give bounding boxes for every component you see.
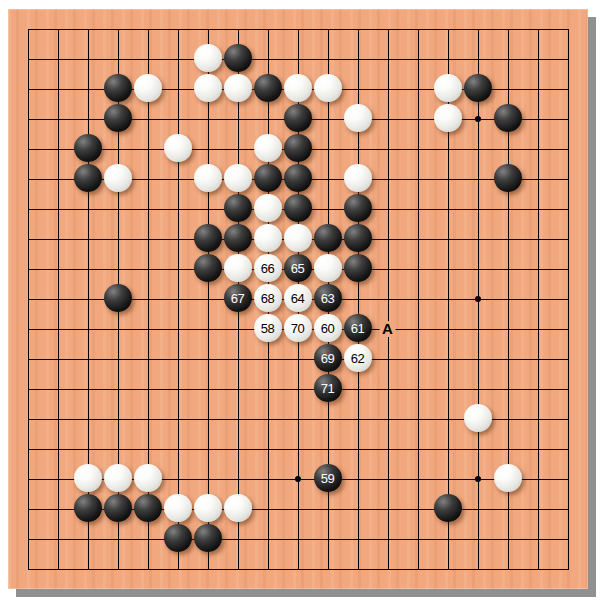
intersection[interactable]: [13, 464, 43, 494]
intersection[interactable]: [103, 254, 133, 284]
intersection[interactable]: [43, 224, 73, 254]
intersection[interactable]: [523, 134, 553, 164]
intersection[interactable]: 62: [343, 344, 373, 374]
intersection[interactable]: [553, 284, 583, 314]
intersection[interactable]: [373, 374, 403, 404]
intersection[interactable]: [313, 524, 343, 554]
intersection[interactable]: [553, 224, 583, 254]
intersection[interactable]: 71: [313, 374, 343, 404]
intersection[interactable]: [193, 254, 223, 284]
intersection[interactable]: [43, 494, 73, 524]
intersection[interactable]: [313, 254, 343, 284]
intersection[interactable]: [73, 554, 103, 584]
intersection[interactable]: [103, 374, 133, 404]
intersection[interactable]: [163, 224, 193, 254]
intersection[interactable]: [163, 494, 193, 524]
intersection[interactable]: [433, 14, 463, 44]
intersection[interactable]: [253, 44, 283, 74]
intersection[interactable]: [493, 224, 523, 254]
intersection[interactable]: [133, 374, 163, 404]
intersection[interactable]: [43, 284, 73, 314]
intersection[interactable]: [103, 14, 133, 44]
intersection[interactable]: [193, 164, 223, 194]
intersection[interactable]: [283, 134, 313, 164]
intersection[interactable]: [553, 164, 583, 194]
intersection[interactable]: [493, 554, 523, 584]
intersection[interactable]: [283, 104, 313, 134]
intersection[interactable]: [223, 74, 253, 104]
intersection[interactable]: [253, 464, 283, 494]
intersection[interactable]: [403, 104, 433, 134]
intersection[interactable]: [133, 104, 163, 134]
intersection[interactable]: [73, 224, 103, 254]
intersection[interactable]: 66: [253, 254, 283, 284]
intersection[interactable]: [553, 44, 583, 74]
intersection[interactable]: [13, 554, 43, 584]
intersection[interactable]: [193, 464, 223, 494]
intersection[interactable]: [523, 344, 553, 374]
intersection[interactable]: [13, 404, 43, 434]
intersection[interactable]: [253, 344, 283, 374]
intersection[interactable]: [43, 524, 73, 554]
intersection[interactable]: [433, 434, 463, 464]
intersection[interactable]: [373, 224, 403, 254]
intersection[interactable]: [73, 74, 103, 104]
intersection[interactable]: [463, 404, 493, 434]
intersection[interactable]: [433, 164, 463, 194]
intersection[interactable]: [553, 344, 583, 374]
intersection[interactable]: [73, 524, 103, 554]
intersection[interactable]: [523, 374, 553, 404]
intersection[interactable]: [283, 224, 313, 254]
intersection[interactable]: [43, 74, 73, 104]
intersection[interactable]: [193, 44, 223, 74]
intersection[interactable]: [163, 44, 193, 74]
intersection[interactable]: [253, 524, 283, 554]
intersection[interactable]: [73, 464, 103, 494]
intersection[interactable]: [433, 104, 463, 134]
intersection[interactable]: [463, 494, 493, 524]
intersection[interactable]: [73, 434, 103, 464]
intersection[interactable]: [253, 14, 283, 44]
intersection[interactable]: [433, 464, 463, 494]
intersection[interactable]: [373, 164, 403, 194]
intersection[interactable]: [553, 464, 583, 494]
intersection[interactable]: [343, 404, 373, 434]
intersection[interactable]: 63: [313, 284, 343, 314]
intersection[interactable]: [43, 434, 73, 464]
intersection[interactable]: [553, 404, 583, 434]
intersection[interactable]: [13, 494, 43, 524]
intersection[interactable]: [13, 104, 43, 134]
intersection[interactable]: [403, 314, 433, 344]
intersection[interactable]: [523, 494, 553, 524]
intersection[interactable]: [283, 374, 313, 404]
intersection[interactable]: [73, 194, 103, 224]
intersection[interactable]: [193, 14, 223, 44]
intersection[interactable]: [223, 374, 253, 404]
intersection[interactable]: [13, 44, 43, 74]
intersection[interactable]: [343, 374, 373, 404]
intersection[interactable]: [163, 434, 193, 464]
intersection[interactable]: [133, 554, 163, 584]
intersection[interactable]: [103, 494, 133, 524]
intersection[interactable]: [343, 74, 373, 104]
intersection[interactable]: [253, 494, 283, 524]
intersection[interactable]: [163, 74, 193, 104]
intersection[interactable]: [463, 224, 493, 254]
intersection[interactable]: [163, 14, 193, 44]
intersection[interactable]: [13, 74, 43, 104]
intersection[interactable]: [223, 14, 253, 44]
intersection[interactable]: [433, 344, 463, 374]
intersection[interactable]: [133, 314, 163, 344]
intersection[interactable]: [13, 374, 43, 404]
intersection[interactable]: [523, 254, 553, 284]
intersection[interactable]: [223, 464, 253, 494]
intersection[interactable]: [133, 164, 163, 194]
intersection[interactable]: [133, 404, 163, 434]
intersection[interactable]: [433, 374, 463, 404]
intersection[interactable]: [343, 524, 373, 554]
intersection[interactable]: [523, 164, 553, 194]
intersection[interactable]: [283, 344, 313, 374]
intersection[interactable]: [373, 494, 403, 524]
intersection[interactable]: [103, 284, 133, 314]
intersection[interactable]: [133, 74, 163, 104]
intersection[interactable]: [493, 14, 523, 44]
intersection[interactable]: [553, 524, 583, 554]
intersection[interactable]: [553, 194, 583, 224]
intersection[interactable]: [223, 524, 253, 554]
intersection[interactable]: [43, 464, 73, 494]
intersection[interactable]: [73, 104, 103, 134]
intersection[interactable]: [43, 554, 73, 584]
intersection[interactable]: [403, 74, 433, 104]
intersection[interactable]: [523, 44, 553, 74]
intersection[interactable]: [163, 104, 193, 134]
intersection[interactable]: [43, 164, 73, 194]
intersection[interactable]: [403, 434, 433, 464]
intersection[interactable]: [463, 434, 493, 464]
intersection[interactable]: [133, 284, 163, 314]
intersection[interactable]: [13, 524, 43, 554]
intersection[interactable]: [193, 434, 223, 464]
intersection[interactable]: [313, 134, 343, 164]
intersection[interactable]: [133, 344, 163, 374]
intersection[interactable]: [553, 104, 583, 134]
intersection[interactable]: [253, 104, 283, 134]
intersection[interactable]: [223, 194, 253, 224]
intersection[interactable]: [433, 494, 463, 524]
intersection[interactable]: [133, 464, 163, 494]
intersection[interactable]: [73, 404, 103, 434]
intersection[interactable]: [283, 44, 313, 74]
intersection[interactable]: [43, 374, 73, 404]
intersection[interactable]: [193, 104, 223, 134]
intersection[interactable]: [163, 314, 193, 344]
intersection[interactable]: [493, 74, 523, 104]
intersection[interactable]: [373, 254, 403, 284]
intersection[interactable]: [103, 194, 133, 224]
intersection[interactable]: [133, 134, 163, 164]
intersection[interactable]: [103, 464, 133, 494]
intersection[interactable]: [193, 314, 223, 344]
intersection[interactable]: [223, 314, 253, 344]
intersection[interactable]: [373, 194, 403, 224]
intersection[interactable]: [253, 194, 283, 224]
intersection[interactable]: [103, 74, 133, 104]
intersection[interactable]: [283, 464, 313, 494]
intersection[interactable]: [13, 344, 43, 374]
intersection[interactable]: [133, 44, 163, 74]
intersection[interactable]: [523, 554, 553, 584]
intersection[interactable]: [43, 344, 73, 374]
intersection[interactable]: [13, 224, 43, 254]
intersection[interactable]: [523, 404, 553, 434]
intersection[interactable]: [343, 554, 373, 584]
intersection[interactable]: [493, 494, 523, 524]
intersection[interactable]: [433, 554, 463, 584]
intersection[interactable]: [463, 284, 493, 314]
intersection[interactable]: [283, 14, 313, 44]
intersection[interactable]: [403, 134, 433, 164]
intersection[interactable]: [163, 344, 193, 374]
intersection[interactable]: [103, 44, 133, 74]
intersection[interactable]: [493, 404, 523, 434]
intersection[interactable]: [463, 554, 493, 584]
intersection[interactable]: [223, 254, 253, 284]
intersection[interactable]: [163, 464, 193, 494]
intersection[interactable]: [313, 494, 343, 524]
intersection[interactable]: 58: [253, 314, 283, 344]
intersection[interactable]: [553, 314, 583, 344]
intersection[interactable]: [463, 44, 493, 74]
intersection[interactable]: [193, 344, 223, 374]
intersection[interactable]: 70: [283, 314, 313, 344]
intersection[interactable]: [523, 524, 553, 554]
intersection[interactable]: [223, 164, 253, 194]
intersection[interactable]: [463, 374, 493, 404]
intersection[interactable]: [163, 254, 193, 284]
intersection[interactable]: [403, 224, 433, 254]
intersection[interactable]: [133, 434, 163, 464]
intersection[interactable]: [523, 464, 553, 494]
intersection[interactable]: 59: [313, 464, 343, 494]
intersection[interactable]: [373, 14, 403, 44]
intersection[interactable]: [433, 254, 463, 284]
intersection[interactable]: [493, 254, 523, 284]
intersection[interactable]: [223, 104, 253, 134]
intersection[interactable]: [463, 314, 493, 344]
intersection[interactable]: [253, 164, 283, 194]
intersection[interactable]: [433, 284, 463, 314]
intersection[interactable]: [493, 524, 523, 554]
intersection[interactable]: [373, 434, 403, 464]
intersection[interactable]: [373, 74, 403, 104]
intersection[interactable]: [43, 194, 73, 224]
intersection[interactable]: [553, 14, 583, 44]
intersection[interactable]: 65: [283, 254, 313, 284]
intersection[interactable]: [463, 134, 493, 164]
intersection[interactable]: [283, 404, 313, 434]
intersection[interactable]: [13, 254, 43, 284]
intersection[interactable]: [343, 284, 373, 314]
intersection[interactable]: [403, 524, 433, 554]
intersection[interactable]: [493, 284, 523, 314]
intersection[interactable]: [373, 554, 403, 584]
intersection[interactable]: [103, 314, 133, 344]
intersection[interactable]: [13, 164, 43, 194]
intersection[interactable]: [463, 164, 493, 194]
intersection[interactable]: [373, 404, 403, 434]
intersection[interactable]: [103, 554, 133, 584]
intersection[interactable]: [313, 104, 343, 134]
intersection[interactable]: [223, 224, 253, 254]
intersection[interactable]: [253, 224, 283, 254]
intersection[interactable]: 60: [313, 314, 343, 344]
intersection[interactable]: [403, 374, 433, 404]
intersection[interactable]: [493, 134, 523, 164]
intersection[interactable]: [253, 374, 283, 404]
intersection[interactable]: [193, 374, 223, 404]
intersection[interactable]: [223, 554, 253, 584]
intersection[interactable]: [403, 404, 433, 434]
intersection[interactable]: [343, 134, 373, 164]
intersection[interactable]: [163, 284, 193, 314]
intersection[interactable]: [283, 164, 313, 194]
intersection[interactable]: [523, 284, 553, 314]
intersection[interactable]: [463, 254, 493, 284]
intersection[interactable]: [313, 224, 343, 254]
intersection[interactable]: [463, 524, 493, 554]
intersection[interactable]: [433, 404, 463, 434]
intersection[interactable]: [283, 434, 313, 464]
intersection[interactable]: [103, 344, 133, 374]
intersection[interactable]: [433, 524, 463, 554]
intersection[interactable]: [403, 194, 433, 224]
intersection[interactable]: [343, 494, 373, 524]
intersection[interactable]: [373, 344, 403, 374]
intersection[interactable]: [493, 164, 523, 194]
intersection[interactable]: 67: [223, 284, 253, 314]
intersection[interactable]: [43, 104, 73, 134]
intersection[interactable]: [193, 194, 223, 224]
intersection[interactable]: [223, 134, 253, 164]
intersection[interactable]: [463, 344, 493, 374]
intersection[interactable]: [523, 74, 553, 104]
intersection[interactable]: [103, 434, 133, 464]
intersection[interactable]: [463, 74, 493, 104]
intersection[interactable]: [43, 404, 73, 434]
intersection[interactable]: [193, 134, 223, 164]
intersection[interactable]: [493, 104, 523, 134]
intersection[interactable]: [253, 404, 283, 434]
intersection[interactable]: [163, 164, 193, 194]
intersection[interactable]: 68: [253, 284, 283, 314]
intersection[interactable]: [163, 374, 193, 404]
intersection[interactable]: [103, 524, 133, 554]
intersection[interactable]: 61: [343, 314, 373, 344]
intersection[interactable]: [403, 254, 433, 284]
intersection[interactable]: [133, 524, 163, 554]
intersection[interactable]: [163, 134, 193, 164]
intersection[interactable]: [343, 194, 373, 224]
intersection[interactable]: [313, 164, 343, 194]
intersection[interactable]: [523, 194, 553, 224]
intersection[interactable]: [43, 314, 73, 344]
intersection[interactable]: [313, 194, 343, 224]
intersection[interactable]: [13, 134, 43, 164]
intersection[interactable]: [103, 224, 133, 254]
intersection[interactable]: [73, 14, 103, 44]
intersection[interactable]: [103, 104, 133, 134]
intersection[interactable]: 64: [283, 284, 313, 314]
intersection[interactable]: [313, 434, 343, 464]
intersection[interactable]: [553, 254, 583, 284]
intersection[interactable]: [13, 314, 43, 344]
intersection[interactable]: [283, 494, 313, 524]
intersection[interactable]: [553, 434, 583, 464]
intersection[interactable]: [73, 164, 103, 194]
intersection[interactable]: [433, 224, 463, 254]
intersection[interactable]: [493, 314, 523, 344]
intersection[interactable]: [493, 44, 523, 74]
intersection[interactable]: [493, 374, 523, 404]
intersection[interactable]: [193, 74, 223, 104]
intersection[interactable]: A: [373, 314, 403, 344]
intersection[interactable]: 69: [313, 344, 343, 374]
intersection[interactable]: [313, 554, 343, 584]
intersection[interactable]: [73, 314, 103, 344]
intersection[interactable]: [523, 224, 553, 254]
intersection[interactable]: [313, 404, 343, 434]
intersection[interactable]: [523, 104, 553, 134]
intersection[interactable]: [463, 464, 493, 494]
intersection[interactable]: [103, 164, 133, 194]
intersection[interactable]: [133, 494, 163, 524]
intersection[interactable]: [43, 134, 73, 164]
intersection[interactable]: [163, 404, 193, 434]
intersection[interactable]: [223, 44, 253, 74]
intersection[interactable]: [223, 494, 253, 524]
intersection[interactable]: [13, 284, 43, 314]
intersection[interactable]: [403, 554, 433, 584]
intersection[interactable]: [193, 284, 223, 314]
intersection[interactable]: [343, 104, 373, 134]
intersection[interactable]: [433, 194, 463, 224]
intersection[interactable]: [493, 434, 523, 464]
intersection[interactable]: [193, 554, 223, 584]
intersection[interactable]: [523, 14, 553, 44]
intersection[interactable]: [403, 284, 433, 314]
intersection[interactable]: [223, 344, 253, 374]
intersection[interactable]: [553, 374, 583, 404]
intersection[interactable]: [133, 224, 163, 254]
intersection[interactable]: [283, 74, 313, 104]
intersection[interactable]: [403, 164, 433, 194]
intersection[interactable]: [553, 494, 583, 524]
intersection[interactable]: [193, 404, 223, 434]
intersection[interactable]: [73, 494, 103, 524]
intersection[interactable]: [43, 14, 73, 44]
intersection[interactable]: [373, 524, 403, 554]
intersection[interactable]: [73, 374, 103, 404]
intersection[interactable]: [253, 434, 283, 464]
intersection[interactable]: [193, 524, 223, 554]
intersection[interactable]: [313, 44, 343, 74]
intersection[interactable]: [43, 254, 73, 284]
